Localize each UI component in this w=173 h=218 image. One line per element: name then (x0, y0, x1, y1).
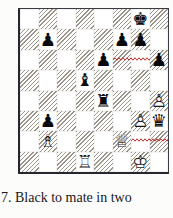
black-piece-body: ♟ (94, 50, 113, 70)
black-pawn-h6[interactable]: ♟ (150, 50, 169, 70)
square-b1[interactable] (39, 152, 58, 172)
square-b5[interactable] (39, 70, 58, 90)
square-c7[interactable] (57, 29, 76, 49)
square-h1[interactable] (150, 152, 169, 172)
white-piece-outline: ♕ (113, 131, 132, 151)
black-piece-body: ♚ (131, 9, 150, 29)
square-a2[interactable] (20, 131, 39, 151)
black-piece-body: ♟ (39, 111, 58, 131)
white-piece-outline: ♙ (131, 111, 150, 131)
white-piece-outline: ♗ (39, 131, 58, 151)
square-e7[interactable] (94, 29, 113, 49)
white-rook-d1[interactable]: ♜♖ (76, 152, 95, 172)
square-a7[interactable] (20, 29, 39, 49)
square-g6[interactable] (131, 50, 150, 70)
square-g5[interactable] (131, 70, 150, 90)
black-piece-body: ♟ (39, 29, 58, 49)
square-d3[interactable] (76, 111, 95, 131)
black-piece-body: ♟ (131, 29, 150, 49)
square-d8[interactable] (76, 9, 95, 29)
square-d5[interactable]: ♝ (76, 70, 95, 90)
black-piece-body: ♝ (76, 70, 95, 90)
white-piece-outline: ♖ (76, 152, 95, 172)
square-b2[interactable]: ♝♗ (39, 131, 58, 151)
square-f8[interactable] (113, 9, 132, 29)
square-a1[interactable] (20, 152, 39, 172)
square-g3[interactable]: ♟♙ (131, 111, 150, 131)
chess-board: ♚♟♟♟♟♟♝♜♟♙♟♟♙♛♝♗♛♕♜♖♚♔ (18, 8, 169, 174)
square-f7[interactable]: ♟ (113, 29, 132, 49)
square-d4[interactable] (76, 91, 95, 111)
square-c4[interactable] (57, 91, 76, 111)
square-e5[interactable] (94, 70, 113, 90)
white-piece-outline: ♔ (131, 152, 150, 172)
square-a8[interactable] (20, 9, 39, 29)
square-b7[interactable]: ♟ (39, 29, 58, 49)
square-c8[interactable] (57, 9, 76, 29)
square-c3[interactable] (57, 111, 76, 131)
square-c2[interactable] (57, 131, 76, 151)
square-h7[interactable] (150, 29, 169, 49)
square-d6[interactable] (76, 50, 95, 70)
square-f6[interactable] (113, 50, 132, 70)
square-a5[interactable] (20, 70, 39, 90)
square-g2[interactable] (131, 131, 150, 151)
square-e3[interactable] (94, 111, 113, 131)
square-b4[interactable] (39, 91, 58, 111)
square-h8[interactable] (150, 9, 169, 29)
square-h6[interactable]: ♟ (150, 50, 169, 70)
square-f2[interactable]: ♛♕ (113, 131, 132, 151)
black-piece-body: ♟ (113, 29, 132, 49)
square-h4[interactable]: ♟♙ (150, 91, 169, 111)
square-g4[interactable] (131, 91, 150, 111)
white-king-g1[interactable]: ♚♔ (131, 152, 150, 172)
square-h2[interactable] (150, 131, 169, 151)
square-g1[interactable]: ♚♔ (131, 152, 150, 172)
square-f3[interactable] (113, 111, 132, 131)
white-piece-outline: ♙ (150, 91, 169, 111)
square-b8[interactable] (39, 9, 58, 29)
square-a4[interactable] (20, 91, 39, 111)
white-queen-f2[interactable]: ♛♕ (113, 131, 132, 151)
black-queen-h3[interactable]: ♛ (150, 111, 169, 131)
black-pawn-b3[interactable]: ♟ (39, 111, 58, 131)
square-e4[interactable]: ♜ (94, 91, 113, 111)
square-d2[interactable] (76, 131, 95, 151)
square-f1[interactable] (113, 152, 132, 172)
square-c1[interactable] (57, 152, 76, 172)
square-e6[interactable]: ♟ (94, 50, 113, 70)
black-rook-e4[interactable]: ♜ (94, 91, 113, 111)
black-pawn-b7[interactable]: ♟ (39, 29, 58, 49)
square-c5[interactable] (57, 70, 76, 90)
square-d7[interactable] (76, 29, 95, 49)
black-piece-body: ♟ (150, 50, 169, 70)
white-pawn-h4[interactable]: ♟♙ (150, 91, 169, 111)
square-e8[interactable] (94, 9, 113, 29)
white-bishop-b2[interactable]: ♝♗ (39, 131, 58, 151)
square-f5[interactable] (113, 70, 132, 90)
square-h3[interactable]: ♛ (150, 111, 169, 131)
square-g7[interactable]: ♟ (131, 29, 150, 49)
black-piece-body: ♜ (94, 91, 113, 111)
square-a3[interactable] (20, 111, 39, 131)
white-pawn-g3[interactable]: ♟♙ (131, 111, 150, 131)
square-e2[interactable] (94, 131, 113, 151)
square-d1[interactable]: ♜♖ (76, 152, 95, 172)
black-bishop-d5[interactable]: ♝ (76, 70, 95, 90)
square-c6[interactable] (57, 50, 76, 70)
puzzle-caption: 7. Black to mate in two (1, 190, 132, 206)
black-piece-body: ♛ (150, 111, 169, 131)
black-pawn-e6[interactable]: ♟ (94, 50, 113, 70)
square-b3[interactable]: ♟ (39, 111, 58, 131)
square-g8[interactable]: ♚ (131, 9, 150, 29)
black-pawn-f7[interactable]: ♟ (113, 29, 132, 49)
square-f4[interactable] (113, 91, 132, 111)
square-a6[interactable] (20, 50, 39, 70)
square-e1[interactable] (94, 152, 113, 172)
square-h5[interactable] (150, 70, 169, 90)
black-king-g8[interactable]: ♚ (131, 9, 150, 29)
black-pawn-g7[interactable]: ♟ (131, 29, 150, 49)
square-b6[interactable] (39, 50, 58, 70)
